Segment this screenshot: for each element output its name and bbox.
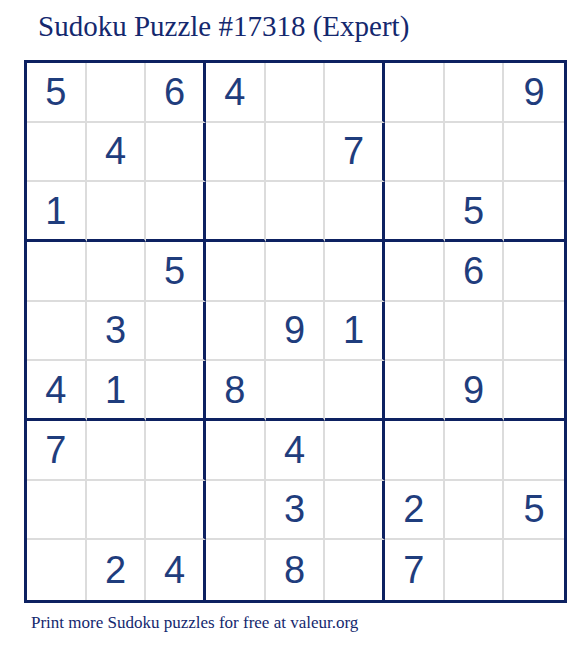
cell-r9c9: [504, 540, 564, 600]
sudoku-board: 56494715563914189743252487: [24, 60, 567, 603]
cell-r9c5: 8: [266, 540, 326, 600]
cell-r8c6: [325, 481, 385, 541]
cell-r6c5: [266, 361, 326, 421]
cell-r5c9: [504, 302, 564, 362]
page: Sudoku Puzzle #17318 (Expert) 5649471556…: [0, 0, 580, 651]
cell-r7c7: [385, 421, 445, 481]
cell-r3c6: [325, 182, 385, 242]
cell-r9c4: [206, 540, 266, 600]
cell-r1c3: 6: [146, 63, 206, 123]
cell-r7c9: [504, 421, 564, 481]
cell-r7c3: [146, 421, 206, 481]
cell-r8c9: 5: [504, 481, 564, 541]
puzzle-title: Sudoku Puzzle #17318 (Expert): [38, 10, 409, 43]
cell-r8c2: [87, 481, 147, 541]
cell-r2c4: [206, 123, 266, 183]
cell-r5c8: [445, 302, 505, 362]
cell-r3c9: [504, 182, 564, 242]
cell-r6c6: [325, 361, 385, 421]
cell-r5c1: [27, 302, 87, 362]
cell-r8c5: 3: [266, 481, 326, 541]
cell-r7c8: [445, 421, 505, 481]
cell-r9c2: 2: [87, 540, 147, 600]
cell-r9c1: [27, 540, 87, 600]
cell-r1c7: [385, 63, 445, 123]
cell-r4c2: [87, 242, 147, 302]
cell-r5c7: [385, 302, 445, 362]
cell-r7c1: 7: [27, 421, 87, 481]
cell-r3c1: 1: [27, 182, 87, 242]
cell-r1c6: [325, 63, 385, 123]
cell-r4c8: 6: [445, 242, 505, 302]
cell-r5c5: 9: [266, 302, 326, 362]
cell-r1c4: 4: [206, 63, 266, 123]
cell-r7c6: [325, 421, 385, 481]
cell-r3c7: [385, 182, 445, 242]
cell-r1c9: 9: [504, 63, 564, 123]
cell-r9c6: [325, 540, 385, 600]
cell-r9c3: 4: [146, 540, 206, 600]
cell-r6c3: [146, 361, 206, 421]
cell-r5c6: 1: [325, 302, 385, 362]
cell-r3c3: [146, 182, 206, 242]
cell-r2c1: [27, 123, 87, 183]
cell-r1c2: [87, 63, 147, 123]
cell-r6c7: [385, 361, 445, 421]
cell-r8c1: [27, 481, 87, 541]
cell-r2c3: [146, 123, 206, 183]
cell-r4c1: [27, 242, 87, 302]
cell-r2c6: 7: [325, 123, 385, 183]
cell-r4c3: 5: [146, 242, 206, 302]
cell-r8c7: 2: [385, 481, 445, 541]
cell-r3c8: 5: [445, 182, 505, 242]
cell-r3c4: [206, 182, 266, 242]
cell-r4c7: [385, 242, 445, 302]
cell-r5c2: 3: [87, 302, 147, 362]
cell-r1c8: [445, 63, 505, 123]
cell-r6c2: 1: [87, 361, 147, 421]
footer-text: Print more Sudoku puzzles for free at va…: [31, 613, 358, 633]
cell-r6c8: 9: [445, 361, 505, 421]
cell-r4c4: [206, 242, 266, 302]
cell-r2c2: 4: [87, 123, 147, 183]
cell-r4c9: [504, 242, 564, 302]
cell-r7c2: [87, 421, 147, 481]
cell-r3c5: [266, 182, 326, 242]
cell-r7c5: 4: [266, 421, 326, 481]
cell-r1c1: 5: [27, 63, 87, 123]
cell-r2c8: [445, 123, 505, 183]
cell-r9c8: [445, 540, 505, 600]
cell-r2c7: [385, 123, 445, 183]
cell-r4c6: [325, 242, 385, 302]
cell-r6c4: 8: [206, 361, 266, 421]
cell-r5c4: [206, 302, 266, 362]
cell-r9c7: 7: [385, 540, 445, 600]
cell-r4c5: [266, 242, 326, 302]
cell-r2c5: [266, 123, 326, 183]
cell-r8c8: [445, 481, 505, 541]
cell-r8c4: [206, 481, 266, 541]
cell-r2c9: [504, 123, 564, 183]
cell-r3c2: [87, 182, 147, 242]
cell-r1c5: [266, 63, 326, 123]
cell-r8c3: [146, 481, 206, 541]
cell-r6c1: 4: [27, 361, 87, 421]
cell-r5c3: [146, 302, 206, 362]
cell-r7c4: [206, 421, 266, 481]
cell-r6c9: [504, 361, 564, 421]
